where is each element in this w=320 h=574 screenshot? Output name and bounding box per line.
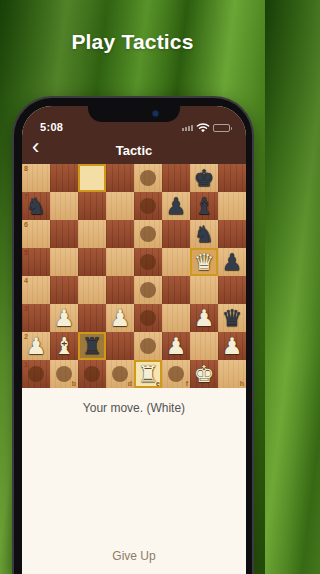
legal-move-dot-d1[interactable] — [112, 366, 128, 382]
square-d1[interactable]: d — [106, 360, 134, 388]
square-a6[interactable]: 6 — [22, 220, 50, 248]
give-up-button[interactable]: Give Up — [112, 549, 155, 563]
cellular-signal-icon — [182, 125, 193, 131]
square-d7[interactable] — [106, 192, 134, 220]
square-e7[interactable] — [134, 192, 162, 220]
rank-label-8: 8 — [24, 165, 28, 172]
legal-move-dot-b1[interactable] — [56, 366, 72, 382]
legal-move-dot-a1[interactable] — [28, 366, 44, 382]
file-label-a: a — [44, 380, 48, 387]
square-f3[interactable] — [162, 304, 190, 332]
black-pawn-h5[interactable]: ♟ — [222, 251, 243, 274]
back-button[interactable]: ‹ — [32, 133, 39, 161]
rank-label-7: 7 — [24, 193, 28, 200]
battery-icon — [213, 124, 230, 132]
square-c2[interactable]: ♜ — [78, 332, 106, 360]
square-c5[interactable] — [78, 248, 106, 276]
rank-label-1: 1 — [24, 361, 28, 368]
black-queen-h3[interactable]: ♛ — [222, 307, 243, 330]
square-d4[interactable] — [106, 276, 134, 304]
black-pawn-f7[interactable]: ♟ — [166, 195, 187, 218]
square-e8[interactable] — [134, 164, 162, 192]
square-h6[interactable] — [218, 220, 246, 248]
white-pawn-a2[interactable]: ♟ — [26, 335, 47, 358]
black-bishop-g7[interactable]: ♝ — [194, 195, 215, 218]
camera-dot — [153, 111, 158, 116]
square-f1[interactable]: f — [162, 360, 190, 388]
message-area: Your move. (White) Give Up — [22, 388, 246, 574]
square-a3[interactable]: 3 — [22, 304, 50, 332]
square-c8[interactable] — [78, 164, 106, 192]
square-f5[interactable] — [162, 248, 190, 276]
white-pawn-g3[interactable]: ♟ — [194, 307, 215, 330]
white-bishop-b2[interactable]: ♝ — [54, 335, 75, 358]
square-b1[interactable]: b — [50, 360, 78, 388]
square-g2[interactable] — [190, 332, 218, 360]
file-label-c: c — [100, 380, 104, 387]
wifi-icon — [196, 123, 210, 133]
square-c6[interactable] — [78, 220, 106, 248]
white-pawn-d3[interactable]: ♟ — [110, 307, 131, 330]
square-h1[interactable]: h — [218, 360, 246, 388]
square-c1[interactable]: c — [78, 360, 106, 388]
square-f2[interactable]: ♟ — [162, 332, 190, 360]
square-b7[interactable] — [50, 192, 78, 220]
black-knight-a7[interactable]: ♞ — [26, 195, 47, 218]
square-h3[interactable]: ♛ — [218, 304, 246, 332]
square-a5[interactable]: 5 — [22, 248, 50, 276]
square-e5[interactable] — [134, 248, 162, 276]
nav-title: Tactic — [22, 143, 246, 158]
square-e1[interactable]: e♜ — [134, 360, 162, 388]
square-a8[interactable]: 8 — [22, 164, 50, 192]
status-icons — [182, 123, 230, 133]
square-e6[interactable] — [134, 220, 162, 248]
square-h5[interactable]: ♟ — [218, 248, 246, 276]
white-pawn-h2[interactable]: ♟ — [222, 335, 243, 358]
legal-move-dot-c1[interactable] — [84, 366, 100, 382]
move-prompt: Your move. (White) — [83, 401, 185, 415]
rank-label-3: 3 — [24, 305, 28, 312]
square-g6[interactable]: ♞ — [190, 220, 218, 248]
legal-move-dot-e5[interactable] — [140, 254, 156, 270]
square-a4[interactable]: 4 — [22, 276, 50, 304]
square-g5[interactable]: ♛ — [190, 248, 218, 276]
legal-move-dot-e7[interactable] — [140, 198, 156, 214]
square-g7[interactable]: ♝ — [190, 192, 218, 220]
square-e4[interactable] — [134, 276, 162, 304]
file-label-g: g — [212, 380, 216, 387]
phone-screen: 5:08 ‹ Tactic 8♚7♞♟♝6♞5♛♟43♟ — [22, 106, 246, 574]
black-king-g8[interactable]: ♚ — [194, 167, 215, 190]
square-h7[interactable] — [218, 192, 246, 220]
phone-frame: 5:08 ‹ Tactic 8♚7♞♟♝6♞5♛♟43♟ — [12, 96, 254, 574]
rank-label-5: 5 — [24, 249, 28, 256]
nav-bar: ‹ Tactic — [22, 136, 246, 164]
page-title: Play Tactics — [0, 0, 265, 54]
square-f7[interactable]: ♟ — [162, 192, 190, 220]
file-label-b: b — [72, 380, 76, 387]
square-h4[interactable] — [218, 276, 246, 304]
square-a1[interactable]: 1a — [22, 360, 50, 388]
chess-board[interactable]: 8♚7♞♟♝6♞5♛♟43♟♟♟♛2♟♝♜♟♟1abcde♜fg♚h — [22, 164, 246, 388]
square-d5[interactable] — [106, 248, 134, 276]
file-label-f: f — [186, 380, 188, 387]
square-b5[interactable] — [50, 248, 78, 276]
status-time: 5:08 — [40, 121, 63, 133]
file-label-h: h — [240, 380, 244, 387]
square-e3[interactable] — [134, 304, 162, 332]
file-label-d: d — [128, 380, 132, 387]
square-b3[interactable]: ♟ — [50, 304, 78, 332]
square-b6[interactable] — [50, 220, 78, 248]
square-g8[interactable]: ♚ — [190, 164, 218, 192]
legal-move-dot-e6[interactable] — [140, 226, 156, 242]
white-pawn-b3[interactable]: ♟ — [54, 307, 75, 330]
square-b2[interactable]: ♝ — [50, 332, 78, 360]
square-d6[interactable] — [106, 220, 134, 248]
black-rook-c2[interactable]: ♜ — [82, 335, 103, 358]
legal-move-dot-e8[interactable] — [140, 170, 156, 186]
white-pawn-f2[interactable]: ♟ — [166, 335, 187, 358]
square-b4[interactable] — [50, 276, 78, 304]
rank-label-2: 2 — [24, 333, 28, 340]
square-b8[interactable] — [50, 164, 78, 192]
legal-move-dot-e2[interactable] — [140, 338, 156, 354]
square-c3[interactable] — [78, 304, 106, 332]
legal-move-dot-f1[interactable] — [168, 366, 184, 382]
rank-label-6: 6 — [24, 221, 28, 228]
hero-banner: Play Tactics — [0, 0, 265, 96]
white-queen-g5[interactable]: ♛ — [194, 251, 215, 274]
rank-label-4: 4 — [24, 277, 28, 284]
square-a2[interactable]: 2♟ — [22, 332, 50, 360]
square-h2[interactable]: ♟ — [218, 332, 246, 360]
square-a7[interactable]: 7♞ — [22, 192, 50, 220]
square-c4[interactable] — [78, 276, 106, 304]
square-d8[interactable] — [106, 164, 134, 192]
square-f8[interactable] — [162, 164, 190, 192]
square-f6[interactable] — [162, 220, 190, 248]
square-e2[interactable] — [134, 332, 162, 360]
legal-move-dot-e4[interactable] — [140, 282, 156, 298]
square-g1[interactable]: g♚ — [190, 360, 218, 388]
square-d2[interactable] — [106, 332, 134, 360]
legal-move-dot-e3[interactable] — [140, 310, 156, 326]
file-label-e: e — [156, 380, 160, 387]
phone-notch — [88, 106, 180, 122]
square-d3[interactable]: ♟ — [106, 304, 134, 332]
square-h8[interactable] — [218, 164, 246, 192]
black-knight-g6[interactable]: ♞ — [194, 223, 215, 246]
square-f4[interactable] — [162, 276, 190, 304]
square-g3[interactable]: ♟ — [190, 304, 218, 332]
square-c7[interactable] — [78, 192, 106, 220]
square-g4[interactable] — [190, 276, 218, 304]
